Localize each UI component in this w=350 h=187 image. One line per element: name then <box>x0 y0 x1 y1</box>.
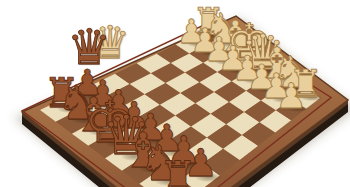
product-photo-chess-set: ♜♞♝♚♛♝♞♜♟♟♟♟♟♟♟♟♟♟♟♟♟♟♟♟♜♞♝♚♛♝♞♜♛♛ <box>0 0 350 187</box>
chess-board <box>0 0 350 187</box>
